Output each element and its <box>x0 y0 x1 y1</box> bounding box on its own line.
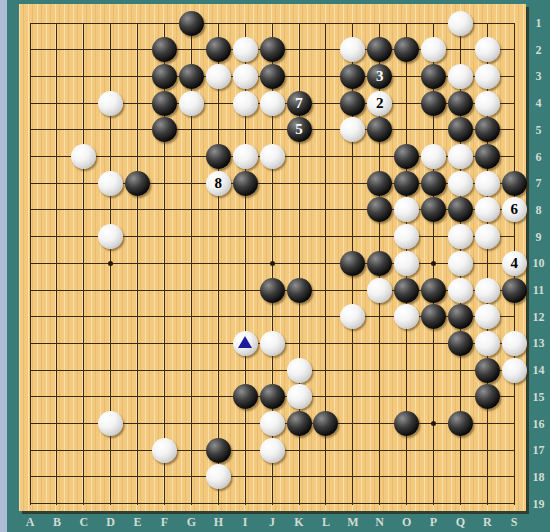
stone-black-Q12[interactable] <box>448 304 473 329</box>
row-label-4: 4 <box>527 95 550 111</box>
stone-white-Q6[interactable] <box>448 144 473 169</box>
star-point <box>431 261 436 266</box>
stone-white-S8[interactable]: 6 <box>502 197 527 222</box>
stone-black-F4[interactable] <box>152 91 177 116</box>
stone-black-R5[interactable] <box>475 117 500 142</box>
stone-black-S11[interactable] <box>502 278 527 303</box>
stone-white-K15[interactable] <box>287 384 312 409</box>
triangle-marker-icon <box>238 336 252 348</box>
stone-black-P11[interactable] <box>421 278 446 303</box>
stone-black-P8[interactable] <box>421 197 446 222</box>
stone-black-R14[interactable] <box>475 358 500 383</box>
stone-black-J11[interactable] <box>260 278 285 303</box>
stone-black-O11[interactable] <box>394 278 419 303</box>
grid-line-horizontal <box>30 370 515 371</box>
stone-black-J2[interactable] <box>260 37 285 62</box>
stone-white-Q10[interactable] <box>448 251 473 276</box>
stone-black-P4[interactable] <box>421 91 446 116</box>
col-label-D: D <box>100 513 122 531</box>
stone-white-M2[interactable] <box>340 37 365 62</box>
stone-white-J16[interactable] <box>260 411 285 436</box>
row-label-19: 19 <box>527 496 550 512</box>
grid-line-horizontal <box>30 503 515 504</box>
grid-line-horizontal <box>30 23 515 24</box>
move-number: 4 <box>510 256 518 271</box>
stone-white-F17[interactable] <box>152 438 177 463</box>
grid-line-horizontal <box>30 476 515 477</box>
stone-white-H3[interactable] <box>206 64 231 89</box>
stone-black-N2[interactable] <box>367 37 392 62</box>
stone-white-R9[interactable] <box>475 224 500 249</box>
stone-white-O10[interactable] <box>394 251 419 276</box>
stone-white-D4[interactable] <box>98 91 123 116</box>
stone-black-F3[interactable] <box>152 64 177 89</box>
stone-black-P7[interactable] <box>421 171 446 196</box>
col-label-C: C <box>73 513 95 531</box>
col-label-K: K <box>288 513 310 531</box>
stone-white-S14[interactable] <box>502 358 527 383</box>
row-label-11: 11 <box>527 282 550 298</box>
stone-black-O2[interactable] <box>394 37 419 62</box>
move-number: 5 <box>295 122 303 137</box>
col-label-A: A <box>19 513 41 531</box>
col-label-J: J <box>261 513 283 531</box>
col-label-R: R <box>476 513 498 531</box>
row-label-2: 2 <box>527 42 550 58</box>
stone-black-G1[interactable] <box>179 11 204 36</box>
row-label-13: 13 <box>527 335 550 351</box>
stone-black-K11[interactable] <box>287 278 312 303</box>
col-label-G: G <box>180 513 202 531</box>
stone-white-C6[interactable] <box>71 144 96 169</box>
grid-line-vertical <box>30 23 31 505</box>
stone-black-I15[interactable] <box>233 384 258 409</box>
stone-black-K4[interactable]: 7 <box>287 91 312 116</box>
stone-white-H18[interactable] <box>206 464 231 489</box>
col-label-P: P <box>423 513 445 531</box>
stone-black-F5[interactable] <box>152 117 177 142</box>
stone-black-N3[interactable]: 3 <box>367 64 392 89</box>
stone-white-D16[interactable] <box>98 411 123 436</box>
row-label-16: 16 <box>527 416 550 432</box>
move-number: 7 <box>295 96 303 111</box>
stone-white-Q11[interactable] <box>448 278 473 303</box>
stone-black-G3[interactable] <box>179 64 204 89</box>
stone-white-K14[interactable] <box>287 358 312 383</box>
stone-white-J6[interactable] <box>260 144 285 169</box>
stone-white-P2[interactable] <box>421 37 446 62</box>
stone-black-J3[interactable] <box>260 64 285 89</box>
move-number: 8 <box>215 176 223 191</box>
row-label-12: 12 <box>527 309 550 325</box>
stone-black-H17[interactable] <box>206 438 231 463</box>
stone-white-I2[interactable] <box>233 37 258 62</box>
row-label-6: 6 <box>527 149 550 165</box>
stone-black-P12[interactable] <box>421 304 446 329</box>
stone-black-R15[interactable] <box>475 384 500 409</box>
col-label-Q: Q <box>449 513 471 531</box>
col-label-F: F <box>154 513 176 531</box>
stone-black-N7[interactable] <box>367 171 392 196</box>
stone-black-H6[interactable] <box>206 144 231 169</box>
stone-black-S7[interactable] <box>502 171 527 196</box>
stone-black-K5[interactable]: 5 <box>287 117 312 142</box>
col-label-O: O <box>396 513 418 531</box>
row-label-8: 8 <box>527 202 550 218</box>
col-label-I: I <box>234 513 256 531</box>
row-label-3: 3 <box>527 68 550 84</box>
stone-white-I3[interactable] <box>233 64 258 89</box>
col-label-M: M <box>342 513 364 531</box>
stone-black-H2[interactable] <box>206 37 231 62</box>
stone-white-O9[interactable] <box>394 224 419 249</box>
row-label-1: 1 <box>527 15 550 31</box>
stone-white-R12[interactable] <box>475 304 500 329</box>
stone-black-L16[interactable] <box>313 411 338 436</box>
stone-black-J15[interactable] <box>260 384 285 409</box>
stone-white-O12[interactable] <box>394 304 419 329</box>
stone-black-Q13[interactable] <box>448 331 473 356</box>
stone-black-O16[interactable] <box>394 411 419 436</box>
move-number: 2 <box>376 96 384 111</box>
col-label-S: S <box>503 513 525 531</box>
col-label-B: B <box>46 513 68 531</box>
left-border-strip <box>0 0 7 532</box>
col-label-N: N <box>369 513 391 531</box>
stone-white-M5[interactable] <box>340 117 365 142</box>
star-point <box>270 261 275 266</box>
row-label-17: 17 <box>527 442 550 458</box>
stone-white-P6[interactable] <box>421 144 446 169</box>
grid-line-vertical <box>218 23 219 505</box>
stone-white-S10[interactable]: 4 <box>502 251 527 276</box>
stone-white-I13[interactable] <box>233 331 258 356</box>
stone-black-E7[interactable] <box>125 171 150 196</box>
stone-white-Q1[interactable] <box>448 11 473 36</box>
grid-line-vertical <box>56 23 57 505</box>
stone-black-Q4[interactable] <box>448 91 473 116</box>
stone-black-I7[interactable] <box>233 171 258 196</box>
stone-white-M12[interactable] <box>340 304 365 329</box>
stone-white-J13[interactable] <box>260 331 285 356</box>
stone-black-Q16[interactable] <box>448 411 473 436</box>
stone-white-R3[interactable] <box>475 64 500 89</box>
move-number: 6 <box>510 202 518 217</box>
stone-white-O8[interactable] <box>394 197 419 222</box>
stone-white-Q3[interactable] <box>448 64 473 89</box>
stone-black-K16[interactable] <box>287 411 312 436</box>
stone-white-R2[interactable] <box>475 37 500 62</box>
stone-white-G4[interactable] <box>179 91 204 116</box>
stone-black-N8[interactable] <box>367 197 392 222</box>
stone-white-I6[interactable] <box>233 144 258 169</box>
grid-line-vertical <box>83 23 84 505</box>
go-board[interactable]: 3725864 <box>19 4 526 511</box>
stone-black-M4[interactable] <box>340 91 365 116</box>
stone-white-D9[interactable] <box>98 224 123 249</box>
stone-white-D7[interactable] <box>98 171 123 196</box>
stone-white-N11[interactable] <box>367 278 392 303</box>
row-label-18: 18 <box>527 469 550 485</box>
stone-black-O6[interactable] <box>394 144 419 169</box>
stone-white-I4[interactable] <box>233 91 258 116</box>
stone-black-N10[interactable] <box>367 251 392 276</box>
stone-black-Q8[interactable] <box>448 197 473 222</box>
stone-black-M3[interactable] <box>340 64 365 89</box>
stone-white-R13[interactable] <box>475 331 500 356</box>
row-label-7: 7 <box>527 175 550 191</box>
stone-white-J4[interactable] <box>260 91 285 116</box>
row-label-15: 15 <box>527 389 550 405</box>
row-label-5: 5 <box>527 122 550 138</box>
stone-white-S13[interactable] <box>502 331 527 356</box>
row-label-10: 10 <box>527 255 550 271</box>
move-number: 3 <box>376 69 384 84</box>
stone-black-N5[interactable] <box>367 117 392 142</box>
stone-white-Q7[interactable] <box>448 171 473 196</box>
star-point <box>431 421 436 426</box>
stone-black-M10[interactable] <box>340 251 365 276</box>
grid-line-vertical <box>137 23 138 505</box>
row-label-9: 9 <box>527 229 550 245</box>
col-label-E: E <box>127 513 149 531</box>
stone-black-R6[interactable] <box>475 144 500 169</box>
stone-white-R8[interactable] <box>475 197 500 222</box>
stone-white-H7[interactable]: 8 <box>206 171 231 196</box>
stone-white-J17[interactable] <box>260 438 285 463</box>
col-label-L: L <box>315 513 337 531</box>
stone-black-O7[interactable] <box>394 171 419 196</box>
stone-white-Q9[interactable] <box>448 224 473 249</box>
stone-white-R4[interactable] <box>475 91 500 116</box>
go-board-window: 3725864 12345678910111213141516171819ABC… <box>0 0 550 532</box>
stone-white-N4[interactable]: 2 <box>367 91 392 116</box>
stone-black-F2[interactable] <box>152 37 177 62</box>
star-point <box>108 261 113 266</box>
stone-white-R7[interactable] <box>475 171 500 196</box>
col-label-H: H <box>207 513 229 531</box>
stone-white-R11[interactable] <box>475 278 500 303</box>
grid-line-horizontal <box>30 129 515 130</box>
row-label-14: 14 <box>527 362 550 378</box>
stone-black-P3[interactable] <box>421 64 446 89</box>
stone-black-Q5[interactable] <box>448 117 473 142</box>
